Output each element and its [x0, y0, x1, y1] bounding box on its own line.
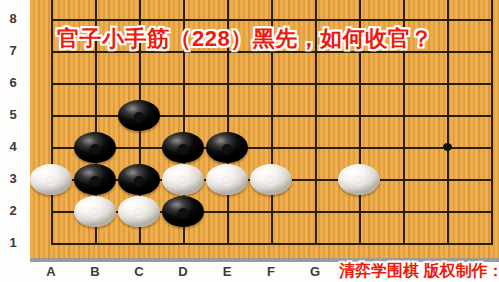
row-label: 5 [0, 106, 26, 124]
col-label: B [84, 264, 106, 280]
col-label: G [304, 264, 326, 280]
row-label: 7 [0, 42, 26, 60]
black-stone: ● [118, 100, 160, 131]
row-label: 4 [0, 138, 26, 156]
white-stone: ○ [30, 164, 72, 195]
row-label: 1 [0, 234, 26, 252]
black-stone: ● [162, 132, 204, 163]
black-stone: ● [74, 132, 116, 163]
black-stone: ● [162, 196, 204, 227]
white-stone: ○ [118, 196, 160, 227]
col-label: C [128, 264, 150, 280]
black-stone: ● [74, 164, 116, 195]
col-label: A [40, 264, 62, 280]
col-label: D [172, 264, 194, 280]
white-stone: ○ [206, 164, 248, 195]
white-stone: ○ [162, 164, 204, 195]
white-stone: ○ [74, 196, 116, 227]
row-label: 3 [0, 170, 26, 188]
row-label: 8 [0, 10, 26, 28]
problem-title: 官子小手筋（228）黑先，如何收官？ [57, 24, 433, 54]
black-stone: ● [206, 132, 248, 163]
go-problem-screenshot: ●●●●●●●○○○○○○○ 87654321 ABCDEFG 官子小手筋（22… [0, 0, 499, 282]
col-label: F [260, 264, 282, 280]
white-stone: ○ [338, 164, 380, 195]
copyright-credit: 清弈学围棋 版权制作： [339, 261, 499, 282]
row-label: 2 [0, 202, 26, 220]
col-label: E [216, 264, 238, 280]
star-point [443, 143, 452, 151]
black-stone: ● [118, 164, 160, 195]
row-label: 6 [0, 74, 26, 92]
white-stone: ○ [250, 164, 292, 195]
